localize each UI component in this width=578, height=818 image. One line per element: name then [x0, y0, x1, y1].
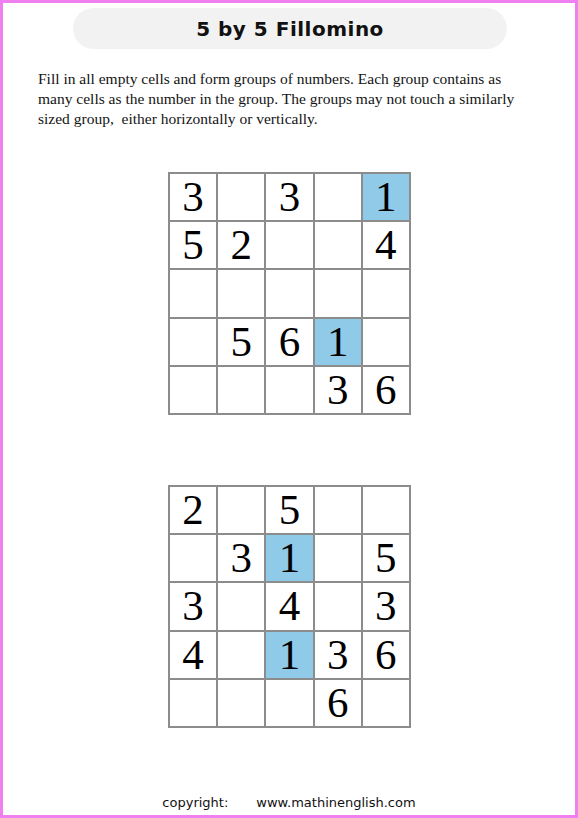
puzzle-1-cell-r1c3-given: 3	[266, 174, 312, 220]
puzzle-1-cell-r3c3-empty[interactable]	[266, 270, 312, 316]
puzzle-2-cell-r2c5-given: 5	[363, 535, 409, 581]
instructions-line-1: Fill in all empty cells and form groups …	[38, 69, 514, 89]
puzzle-2-cell-r1c3-given: 5	[266, 487, 312, 533]
puzzle-2-cell-r5c2-empty[interactable]	[218, 680, 264, 726]
puzzle-1-cell-r3c2-empty[interactable]	[218, 270, 264, 316]
puzzle-2-cell-r2c2-given: 3	[218, 535, 264, 581]
puzzle-1-cell-r1c1-given: 3	[170, 174, 216, 220]
puzzle-2-cell-r4c1-given: 4	[170, 632, 216, 678]
puzzle-2-cell-r3c2-empty[interactable]	[218, 583, 264, 629]
puzzle-2-cell-r3c3-given: 4	[266, 583, 312, 629]
puzzle-2-cell-r2c1-empty[interactable]	[170, 535, 216, 581]
puzzle-2-cell-r4c4-given: 3	[315, 632, 361, 678]
title-banner: 5 by 5 Fillomino	[73, 8, 507, 49]
puzzle-2-cell-r4c2-empty[interactable]	[218, 632, 264, 678]
puzzle-1-cell-r5c4-given: 3	[315, 367, 361, 413]
puzzle-2-cell-r5c3-empty[interactable]	[266, 680, 312, 726]
puzzle-1-cell-r4c4-given: 1	[315, 319, 361, 365]
puzzle-1-cell-r4c3-given: 6	[266, 319, 312, 365]
puzzle-2-cell-r3c5-given: 3	[363, 583, 409, 629]
puzzle-2-cell-r5c5-empty[interactable]	[363, 680, 409, 726]
puzzle-2-cell-r3c4-empty[interactable]	[315, 583, 361, 629]
puzzle-1-cell-r1c5-given: 1	[363, 174, 409, 220]
puzzle-1-cell-r3c1-empty[interactable]	[170, 270, 216, 316]
puzzle-1-cell-r1c2-empty[interactable]	[218, 174, 264, 220]
puzzle-1-cell-r5c2-empty[interactable]	[218, 367, 264, 413]
puzzle-1-cell-r4c2-given: 5	[218, 319, 264, 365]
page-title: 5 by 5 Fillomino	[196, 17, 384, 41]
puzzle-1-cell-r5c5-given: 6	[363, 367, 409, 413]
puzzle-1-cell-r5c1-empty[interactable]	[170, 367, 216, 413]
puzzle-1-cell-r3c5-empty[interactable]	[363, 270, 409, 316]
instructions-line-2: many cells as the number in the group. T…	[38, 89, 514, 109]
puzzle-1-cell-r3c4-empty[interactable]	[315, 270, 361, 316]
puzzle-2-cell-r5c4-given: 6	[315, 680, 361, 726]
fillomino-grid-2: 2531534341366	[168, 485, 411, 728]
puzzle-2-cell-r4c5-given: 6	[363, 632, 409, 678]
copyright-url: www.mathinenglish.com	[256, 795, 415, 810]
puzzle-2-cell-r5c1-empty[interactable]	[170, 680, 216, 726]
puzzle-2-cell-r1c4-empty[interactable]	[315, 487, 361, 533]
puzzle-2-cell-r4c3-given: 1	[266, 632, 312, 678]
footer: copyright: www.mathinenglish.com	[3, 795, 575, 810]
instructions-line-3: sized group, either horizontally or vert…	[38, 109, 514, 129]
puzzle-2-cell-r1c1-given: 2	[170, 487, 216, 533]
puzzle-1-cell-r2c1-given: 5	[170, 222, 216, 268]
puzzle-2-cell-r1c5-empty[interactable]	[363, 487, 409, 533]
puzzle-2-cell-r2c4-empty[interactable]	[315, 535, 361, 581]
copyright-label: copyright:	[162, 795, 228, 810]
puzzle-2-cell-r2c3-given: 1	[266, 535, 312, 581]
puzzle-1-cell-r5c3-empty[interactable]	[266, 367, 312, 413]
puzzle-1-cell-r2c4-empty[interactable]	[315, 222, 361, 268]
puzzle-2-cell-r3c1-given: 3	[170, 583, 216, 629]
puzzle-1-cell-r2c5-given: 4	[363, 222, 409, 268]
puzzle-2-cell-r1c2-empty[interactable]	[218, 487, 264, 533]
puzzle-1-cell-r2c3-empty[interactable]	[266, 222, 312, 268]
puzzle-1-cell-r4c5-empty[interactable]	[363, 319, 409, 365]
instructions-text: Fill in all empty cells and form groups …	[38, 69, 514, 129]
puzzle-1-cell-r2c2-given: 2	[218, 222, 264, 268]
fillomino-grid-1: 33152456136	[168, 172, 411, 415]
puzzle-1-cell-r4c1-empty[interactable]	[170, 319, 216, 365]
puzzle-1-cell-r1c4-empty[interactable]	[315, 174, 361, 220]
